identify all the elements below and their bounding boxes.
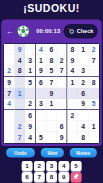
cell-r6c3[interactable]: 2 [25,99,36,110]
cell-r3c4[interactable]: 9 [36,66,47,77]
cell-r8c4[interactable] [36,121,47,132]
cell-r4c8[interactable]: 2 [78,77,89,88]
cell-r6c8[interactable]: 9 [78,99,89,110]
cell-r1c5[interactable]: 6 [46,44,57,55]
cell-r4c1[interactable]: 9 [4,77,15,88]
cell-r1c2[interactable]: 9 [15,44,26,55]
keypad-key-9[interactable]: 9 [58,172,69,182]
check-button-label: Check [77,28,94,35]
cell-r3c6[interactable]: 7 [57,66,68,77]
cell-r7c6[interactable] [57,110,68,121]
keypad-key-4[interactable]: 4 [58,161,69,171]
cell-r8c6[interactable]: 6 [57,121,68,132]
cell-r3c5[interactable]: 5 [46,66,57,77]
cell-r3c7[interactable]: 4 [67,66,78,77]
cell-r8c1[interactable] [4,121,15,132]
cell-r1c3[interactable] [25,44,36,55]
keypad-row-2: 6 7 8 9 [0,172,103,182]
cell-r3c1[interactable]: 2 [4,66,15,77]
cell-r3c2[interactable]: 8 [15,66,26,77]
timer: 00:00:13 [36,28,60,35]
cell-r4c5[interactable]: 7 [46,77,57,88]
cell-r7c7[interactable]: 2 [67,110,78,121]
cell-r5c9[interactable] [88,88,99,99]
ball-logo-icon [17,25,29,37]
cell-r5c2[interactable]: 1 [15,88,26,99]
cell-r4c3[interactable]: 5 [25,77,36,88]
back-arrow-icon[interactable]: ← [6,27,14,36]
keypad-key-3[interactable]: 3 [46,161,57,171]
keypad-key-8[interactable]: 8 [46,172,57,182]
cell-r7c1[interactable] [4,110,15,121]
cell-r2c4[interactable]: 1 [36,55,47,66]
cell-r7c5[interactable] [46,110,57,121]
notes-button[interactable]: Notes [69,147,98,159]
check-button[interactable]: Check [63,24,97,39]
cell-r2c8[interactable] [78,55,89,66]
cell-r5c4[interactable] [36,88,47,99]
cell-r4c7[interactable]: 1 [67,77,78,88]
cell-r9c8[interactable]: 8 [78,132,89,143]
cell-r9c6[interactable]: 9 [57,132,68,143]
cell-r2c7[interactable]: 9 [67,55,78,66]
keypad-row-1: 1 2 3 4 5 [0,161,103,171]
cell-r5c8[interactable]: 6 [78,88,89,99]
cell-r7c3[interactable]: 6 [25,110,36,121]
cell-r9c4[interactable]: 5 [36,132,47,143]
cell-r5c6[interactable] [57,88,68,99]
cell-r6c6[interactable] [57,99,68,110]
cell-r8c9[interactable]: 1 [88,121,99,132]
keypad-key-1[interactable]: 1 [22,161,33,171]
magnifier-icon [68,28,75,35]
cell-r7c4[interactable] [36,110,47,121]
cell-r2c9[interactable]: 7 [88,55,99,66]
cell-r2c3[interactable]: 3 [25,55,36,66]
cell-r6c1[interactable]: 4 [4,99,15,110]
keypad-key-5[interactable]: 5 [71,161,82,171]
cell-r1c4[interactable]: 4 [36,44,47,55]
sudoku-board: 9468124318297281957439567128719642319562… [3,43,100,144]
cell-r4c9[interactable]: 8 [88,77,99,88]
cell-r4c6[interactable] [57,77,68,88]
cell-r1c9[interactable]: 2 [88,44,99,55]
cell-r6c5[interactable]: 1 [46,99,57,110]
cell-r5c5[interactable]: 9 [46,88,57,99]
cell-r5c7[interactable] [67,88,78,99]
cell-r1c7[interactable]: 8 [67,44,78,55]
cell-r2c6[interactable]: 2 [57,55,68,66]
cell-r9c7[interactable] [67,132,78,143]
cell-r9c2[interactable]: 7 [15,132,26,143]
cell-r9c3[interactable]: 4 [25,132,36,143]
cell-r2c1[interactable] [4,55,15,66]
cell-r1c8[interactable]: 1 [78,44,89,55]
hint-button[interactable]: Hint [40,147,65,159]
cell-r2c2[interactable]: 4 [15,55,26,66]
cell-r8c7[interactable] [67,121,78,132]
cell-r8c2[interactable]: 2 [15,121,26,132]
keypad-key-6[interactable]: 6 [22,172,33,182]
cell-r8c3[interactable]: 9 [25,121,36,132]
cell-r4c2[interactable] [15,77,26,88]
eraser-key[interactable] [71,172,82,182]
control-buttons: Undo Hint Notes [0,147,103,159]
cell-r1c1[interactable] [4,44,15,55]
cell-r4c4[interactable]: 6 [36,77,47,88]
keypad-key-7[interactable]: 7 [34,172,45,182]
cell-r3c8[interactable]: 3 [78,66,89,77]
cell-r5c1[interactable]: 7 [4,88,15,99]
cell-r2c5[interactable]: 8 [46,55,57,66]
eraser-icon [73,173,80,181]
cell-r7c2[interactable] [15,110,26,121]
cell-r9c9[interactable] [88,132,99,143]
app-screen: ¡SUDOKU! ← 00:00:13 Check [0,0,103,183]
cell-r8c5[interactable] [46,121,57,132]
cell-r6c7[interactable] [67,99,78,110]
undo-button[interactable]: Undo [5,147,36,159]
cell-r5c3[interactable] [25,88,36,99]
cell-r1c6[interactable] [57,44,68,55]
cell-r6c2[interactable] [15,99,26,110]
cell-r3c3[interactable]: 1 [25,66,36,77]
cell-r8c8[interactable]: 4 [78,121,89,132]
cell-r7c8[interactable] [78,110,89,121]
toolbar: ← 00:00:13 Check [1,20,102,44]
cell-r6c4[interactable]: 3 [36,99,47,110]
keypad-key-2[interactable]: 2 [34,161,45,171]
cell-r6c9[interactable]: 5 [88,99,99,110]
cell-r7c9[interactable] [88,110,99,121]
app-title: ¡SUDOKU! [0,2,103,14]
cell-r3c9[interactable] [88,66,99,77]
cell-r9c5[interactable] [46,132,57,143]
cell-r9c1[interactable] [4,132,15,143]
